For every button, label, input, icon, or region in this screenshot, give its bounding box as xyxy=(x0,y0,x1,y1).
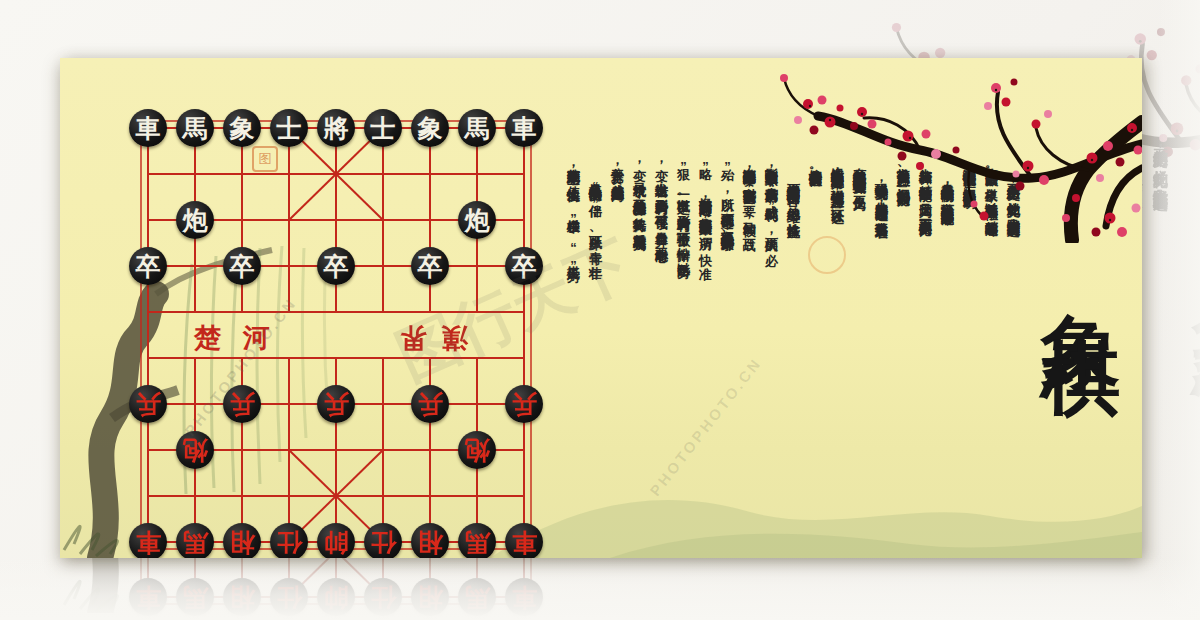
piece-glyph: 相 xyxy=(230,530,255,555)
piece-glyph: 車 xyxy=(512,530,537,555)
xiangqi-piece-red-馬: 馬 xyxy=(176,578,214,616)
xiangqi-piece-red-相: 相 xyxy=(411,523,449,558)
xiangqi-piece-black-卒: 卒 xyxy=(317,247,355,285)
xiangqi-piece-red-兵: 兵 xyxy=(505,385,543,423)
piece-glyph: 馬 xyxy=(183,585,208,610)
xiangqi-piece-red-車: 車 xyxy=(505,578,543,616)
xiangqi-piece-black-象: 象 xyxy=(223,109,261,147)
piece-glyph: 兵 xyxy=(136,392,161,417)
xiangqi-piece-red-馬: 馬 xyxy=(176,523,214,558)
piece-glyph: 炮 xyxy=(183,208,208,233)
piece-glyph: 將 xyxy=(324,116,349,141)
xiangqi-piece-red-馬: 馬 xyxy=(458,523,496,558)
xiangqi-piece-red-帥: 帥 xyxy=(317,578,355,616)
piece-glyph: 兵 xyxy=(512,392,537,417)
xiangqi-piece-black-將: 將 xyxy=(317,109,355,147)
xiangqi-piece-red-相: 相 xyxy=(223,523,261,558)
plum-blossom-branch xyxy=(770,58,1142,243)
piece-glyph: 馬 xyxy=(465,585,490,610)
xiangqi-piece-black-炮: 炮 xyxy=(458,201,496,239)
piece-glyph: 仕 xyxy=(371,585,396,610)
xiangqi-piece-red-兵: 兵 xyxy=(129,385,167,423)
watermark-seal-square: 图 xyxy=(252,146,278,172)
bottom-fade-overlay xyxy=(0,558,1200,620)
piece-glyph: 車 xyxy=(512,116,537,141)
xiangqi-piece-red-帥: 帥 xyxy=(317,523,355,558)
xiangqi-piece-red-馬: 馬 xyxy=(458,578,496,616)
watermark-seal-circle xyxy=(808,236,846,274)
article-column: 狠”，一言以概之。当形势有利时，不可骄傲、松懈，以防形势 xyxy=(670,158,692,558)
piece-glyph: 仕 xyxy=(277,530,302,555)
xiangqi-piece-red-仕: 仕 xyxy=(270,523,308,558)
piece-glyph: 卒 xyxy=(418,254,443,279)
xiangqi-piece-black-卒: 卒 xyxy=(223,247,261,285)
xiangqi-piece-red-相: 相 xyxy=(223,578,261,616)
piece-glyph: 炮 xyxy=(465,208,490,233)
piece-glyph: 炮 xyxy=(465,438,490,463)
xiangqi-piece-black-象: 象 xyxy=(411,109,449,147)
piece-glyph: 車 xyxy=(136,530,161,555)
piece-glyph: 仕 xyxy=(277,585,302,610)
xiangqi-piece-red-仕: 仕 xyxy=(364,578,402,616)
xiangqi-piece-red-兵: 兵 xyxy=(317,385,355,423)
piece-glyph: 帥 xyxy=(324,585,349,610)
piece-glyph: 車 xyxy=(512,585,537,610)
xiangqi-piece-black-卒: 卒 xyxy=(129,247,167,285)
xiangqi-piece-black-馬: 馬 xyxy=(176,109,214,147)
article-column: 直伴随人到老年，使人一生愉快，“乐在棋中”，“棋乐无穷”。 xyxy=(560,158,582,558)
piece-glyph: 士 xyxy=(371,116,396,141)
piece-glyph: 相 xyxy=(418,585,443,610)
piece-glyph: 象 xyxy=(418,116,443,141)
xiangqi-piece-black-馬: 馬 xyxy=(458,109,496,147)
xiangqi-piece-red-車: 車 xyxy=(129,523,167,558)
piece-glyph: 兵 xyxy=(324,392,349,417)
piece-glyph: 相 xyxy=(418,530,443,555)
piece-glyph: 帥 xyxy=(324,530,349,555)
piece-glyph: 卒 xyxy=(136,254,161,279)
xiangqi-piece-black-卒: 卒 xyxy=(411,247,449,285)
article-column: 殆”，所以，在下棋的过程中，必须要正确地分析对手的计策、 xyxy=(714,158,736,558)
xiangqi-piece-red-車: 車 xyxy=(129,578,167,616)
piece-glyph: 象 xyxy=(230,116,255,141)
piece-glyph: 卒 xyxy=(230,254,255,279)
poster-title: 象棋 xyxy=(1176,223,1200,568)
blossom-flowers xyxy=(780,74,1142,237)
piece-glyph: 車 xyxy=(136,585,161,610)
xiangqi-piece-red-炮: 炮 xyxy=(458,431,496,469)
right-fade-overlay xyxy=(1158,0,1200,620)
article-column: 五千年的悠久历史，灿烂的文化，中华民族在世界历史的进程 xyxy=(1145,120,1170,603)
xiangqi-poster: 楚河 漢界 車馬象士將士象馬車炮炮卒卒卒卒卒兵兵兵兵兵炮炮車馬相仕帥仕相馬車 五… xyxy=(60,58,1142,558)
article-column: 略”，提前判断出对方的趋向，作出英明果断的决策，所谓“快、准 xyxy=(692,158,714,558)
piece-glyph: 士 xyxy=(277,116,302,141)
xiangqi-piece-red-車: 車 xyxy=(505,523,543,558)
piece-glyph: 兵 xyxy=(230,392,255,417)
piece-glyph: 馬 xyxy=(183,116,208,141)
piece-glyph: 馬 xyxy=(465,116,490,141)
piece-glyph: 卒 xyxy=(324,254,349,279)
piece-glyph: 炮 xyxy=(183,438,208,463)
xiangqi-piece-red-相: 相 xyxy=(411,578,449,616)
xiangqi-piece-black-士: 士 xyxy=(270,109,308,147)
xiangqi-piece-black-車: 車 xyxy=(505,109,543,147)
piece-glyph: 相 xyxy=(230,585,255,610)
piece-glyph: 馬 xyxy=(465,530,490,555)
piece-glyph: 仕 xyxy=(371,530,396,555)
xiangqi-piece-black-士: 士 xyxy=(364,109,402,147)
piece-glyph: 車 xyxy=(136,116,161,141)
xiangqi-piece-red-仕: 仕 xyxy=(270,578,308,616)
xiangqi-piece-black-炮: 炮 xyxy=(176,201,214,239)
article-column: 象棋是人终身的愉快的“伴侣”，可以从少年、青年、壮年， xyxy=(582,158,604,558)
xiangqi-piece-black-車: 車 xyxy=(129,109,167,147)
article-column: 公平竞赛，养成良好的道德风尚。 xyxy=(604,158,626,558)
poster-title: 象棋 xyxy=(1027,248,1135,548)
piece-glyph: 馬 xyxy=(183,530,208,555)
xiangqi-piece-red-仕: 仕 xyxy=(364,523,402,558)
poster-photo-canvas: 五千年的悠久历史，灿烂的文化，中华民族在世界历史的进程作出了不可磨灭的贡献。象棋… xyxy=(0,0,1200,620)
article-column: 变，寻求转机。并且要培养好的品德，礼貌待人，尊重对手与裁判 xyxy=(626,158,648,558)
